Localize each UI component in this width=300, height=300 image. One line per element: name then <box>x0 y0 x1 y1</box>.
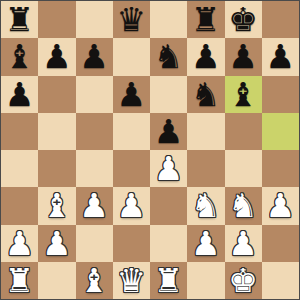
white-pawn[interactable]: ♟ <box>154 150 184 187</box>
white-pawn[interactable]: ♟ <box>5 225 35 262</box>
black-king[interactable]: ♚ <box>228 1 258 38</box>
white-pawn[interactable]: ♟ <box>42 225 72 262</box>
square-c4[interactable] <box>76 150 113 187</box>
square-g6[interactable]: ♝ <box>225 76 262 113</box>
square-e7[interactable]: ♞ <box>150 38 187 75</box>
square-d1[interactable]: ♛ <box>113 262 150 299</box>
square-c1[interactable]: ♝ <box>76 262 113 299</box>
square-e5[interactable]: ♟ <box>150 113 187 150</box>
white-bishop[interactable]: ♝ <box>42 187 72 224</box>
square-d3[interactable]: ♟ <box>113 187 150 224</box>
square-d5[interactable] <box>113 113 150 150</box>
square-b2[interactable]: ♟ <box>38 225 75 262</box>
square-c8[interactable] <box>76 1 113 38</box>
black-pawn[interactable]: ♟ <box>266 38 296 75</box>
white-king[interactable]: ♚ <box>228 262 258 299</box>
white-bishop[interactable]: ♝ <box>79 262 109 299</box>
square-b6[interactable] <box>38 76 75 113</box>
square-b8[interactable] <box>38 1 75 38</box>
black-queen[interactable]: ♛ <box>117 1 147 38</box>
black-pawn[interactable]: ♟ <box>191 38 221 75</box>
black-pawn[interactable]: ♟ <box>117 76 147 113</box>
square-d6[interactable]: ♟ <box>113 76 150 113</box>
white-pawn[interactable]: ♟ <box>228 225 258 262</box>
white-rook[interactable]: ♜ <box>5 262 35 299</box>
black-bishop[interactable]: ♝ <box>228 76 258 113</box>
square-d2[interactable] <box>113 225 150 262</box>
black-rook[interactable]: ♜ <box>5 1 35 38</box>
square-b1[interactable] <box>38 262 75 299</box>
square-g3[interactable]: ♞ <box>225 187 262 224</box>
square-a8[interactable]: ♜ <box>1 1 38 38</box>
square-b3[interactable]: ♝ <box>38 187 75 224</box>
black-pawn[interactable]: ♟ <box>154 113 184 150</box>
square-h1[interactable] <box>262 262 299 299</box>
square-e1[interactable]: ♜ <box>150 262 187 299</box>
square-a3[interactable] <box>1 187 38 224</box>
white-rook[interactable]: ♜ <box>154 262 184 299</box>
square-c5[interactable] <box>76 113 113 150</box>
black-knight[interactable]: ♞ <box>154 38 184 75</box>
square-g8[interactable]: ♚ <box>225 1 262 38</box>
white-knight[interactable]: ♞ <box>191 187 221 224</box>
square-e3[interactable] <box>150 187 187 224</box>
square-b5[interactable] <box>38 113 75 150</box>
square-e6[interactable] <box>150 76 187 113</box>
chess-board[interactable]: ♜♛♜♚♝♟♟♞♟♟♟♟♟♞♝♟♟♝♟♟♞♞♟♟♟♟♟♜♝♛♜♚ <box>0 0 300 300</box>
square-a7[interactable]: ♝ <box>1 38 38 75</box>
square-f4[interactable] <box>187 150 224 187</box>
square-a4[interactable] <box>1 150 38 187</box>
square-h6[interactable] <box>262 76 299 113</box>
square-c6[interactable] <box>76 76 113 113</box>
square-d7[interactable] <box>113 38 150 75</box>
square-f2[interactable]: ♟ <box>187 225 224 262</box>
square-a1[interactable]: ♜ <box>1 262 38 299</box>
white-queen[interactable]: ♛ <box>117 262 147 299</box>
white-pawn[interactable]: ♟ <box>79 187 109 224</box>
square-e4[interactable]: ♟ <box>150 150 187 187</box>
square-f3[interactable]: ♞ <box>187 187 224 224</box>
square-h2[interactable] <box>262 225 299 262</box>
black-rook[interactable]: ♜ <box>191 1 221 38</box>
square-g7[interactable]: ♟ <box>225 38 262 75</box>
square-f8[interactable]: ♜ <box>187 1 224 38</box>
square-a2[interactable]: ♟ <box>1 225 38 262</box>
square-d4[interactable] <box>113 150 150 187</box>
white-pawn[interactable]: ♟ <box>117 187 147 224</box>
square-h3[interactable]: ♟ <box>262 187 299 224</box>
white-pawn[interactable]: ♟ <box>266 187 296 224</box>
black-knight[interactable]: ♞ <box>191 76 221 113</box>
white-knight[interactable]: ♞ <box>228 187 258 224</box>
square-d8[interactable]: ♛ <box>113 1 150 38</box>
square-h4[interactable] <box>262 150 299 187</box>
square-b7[interactable]: ♟ <box>38 38 75 75</box>
square-g5[interactable] <box>225 113 262 150</box>
white-pawn[interactable]: ♟ <box>191 225 221 262</box>
square-g4[interactable] <box>225 150 262 187</box>
square-g1[interactable]: ♚ <box>225 262 262 299</box>
square-c2[interactable] <box>76 225 113 262</box>
square-f5[interactable] <box>187 113 224 150</box>
black-pawn[interactable]: ♟ <box>42 38 72 75</box>
black-bishop[interactable]: ♝ <box>5 38 35 75</box>
square-c3[interactable]: ♟ <box>76 187 113 224</box>
square-f1[interactable] <box>187 262 224 299</box>
chess-board-container: ♜♛♜♚♝♟♟♞♟♟♟♟♟♞♝♟♟♝♟♟♞♞♟♟♟♟♟♜♝♛♜♚ <box>0 0 300 300</box>
square-f6[interactable]: ♞ <box>187 76 224 113</box>
square-h8[interactable] <box>262 1 299 38</box>
square-c7[interactable]: ♟ <box>76 38 113 75</box>
square-a5[interactable] <box>1 113 38 150</box>
square-g2[interactable]: ♟ <box>225 225 262 262</box>
black-pawn[interactable]: ♟ <box>228 38 258 75</box>
square-e8[interactable] <box>150 1 187 38</box>
square-b4[interactable] <box>38 150 75 187</box>
square-f7[interactable]: ♟ <box>187 38 224 75</box>
square-a6[interactable]: ♟ <box>1 76 38 113</box>
black-pawn[interactable]: ♟ <box>5 76 35 113</box>
square-h5[interactable] <box>262 113 299 150</box>
black-pawn[interactable]: ♟ <box>79 38 109 75</box>
square-h7[interactable]: ♟ <box>262 38 299 75</box>
square-e2[interactable] <box>150 225 187 262</box>
